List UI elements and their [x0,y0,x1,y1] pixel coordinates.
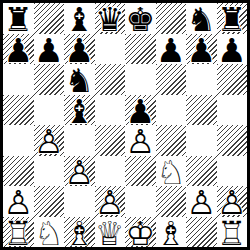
square-g2[interactable]: ♟♙ [186,186,217,217]
square-h1[interactable]: ♜♖ [217,217,248,248]
piece-white-rook: ♜♖ [217,217,248,248]
square-b7[interactable]: ♟ [34,34,65,65]
square-d3[interactable] [95,156,126,187]
square-f4[interactable] [156,125,187,156]
square-b1[interactable]: ♞♘ [34,217,65,248]
piece-black-pawn: ♟ [125,95,156,126]
square-c4[interactable] [64,125,95,156]
square-c2[interactable] [64,186,95,217]
square-d4[interactable] [95,125,126,156]
square-b3[interactable] [34,156,65,187]
square-d2[interactable]: ♟♙ [95,186,126,217]
square-h7[interactable]: ♟ [217,34,248,65]
square-f5[interactable] [156,95,187,126]
piece-white-pawn: ♟♙ [125,125,156,156]
square-g3[interactable] [186,156,217,187]
square-f2[interactable] [156,186,187,217]
piece-black-queen: ♛ [95,3,126,34]
square-a3[interactable] [3,156,34,187]
square-h3[interactable] [217,156,248,187]
piece-white-knight: ♞♘ [34,217,65,248]
chess-board: ♜♝♛♚♞♜♟♟♟♟♟♟♞♝♟♟♙♟♙♟♙♞♘♟♙♟♙♟♙♟♙♜♖♞♘♝♗♛♕♚… [0,0,250,250]
square-c7[interactable]: ♟ [64,34,95,65]
piece-black-pawn: ♟ [64,34,95,65]
square-b8[interactable] [34,3,65,34]
square-a5[interactable] [3,95,34,126]
piece-black-pawn: ♟ [186,34,217,65]
square-g4[interactable] [186,125,217,156]
square-g8[interactable]: ♞ [186,3,217,34]
square-a7[interactable]: ♟ [3,34,34,65]
square-h4[interactable] [217,125,248,156]
piece-black-pawn: ♟ [3,34,34,65]
piece-white-bishop: ♝♗ [156,217,187,248]
square-d5[interactable] [95,95,126,126]
piece-white-king: ♚♔ [125,217,156,248]
square-a2[interactable]: ♟♙ [3,186,34,217]
square-c6[interactable]: ♞ [64,64,95,95]
square-h6[interactable] [217,64,248,95]
square-e7[interactable] [125,34,156,65]
square-e1[interactable]: ♚♔ [125,217,156,248]
square-f3[interactable]: ♞♘ [156,156,187,187]
square-h2[interactable]: ♟♙ [217,186,248,217]
piece-white-pawn: ♟♙ [64,156,95,187]
square-e3[interactable] [125,156,156,187]
square-e4[interactable]: ♟♙ [125,125,156,156]
square-f7[interactable]: ♟ [156,34,187,65]
square-g6[interactable] [186,64,217,95]
square-g1[interactable] [186,217,217,248]
piece-white-pawn: ♟♙ [186,186,217,217]
square-a6[interactable] [3,64,34,95]
square-b6[interactable] [34,64,65,95]
piece-black-knight: ♞ [64,64,95,95]
piece-white-pawn: ♟♙ [3,186,34,217]
square-h5[interactable] [217,95,248,126]
square-e8[interactable]: ♚ [125,3,156,34]
square-c5[interactable]: ♝ [64,95,95,126]
square-c3[interactable]: ♟♙ [64,156,95,187]
square-a4[interactable] [3,125,34,156]
piece-black-king: ♚ [125,3,156,34]
piece-white-bishop: ♝♗ [64,217,95,248]
square-g5[interactable] [186,95,217,126]
square-d7[interactable] [95,34,126,65]
square-g7[interactable]: ♟ [186,34,217,65]
square-f8[interactable] [156,3,187,34]
square-f6[interactable] [156,64,187,95]
square-d8[interactable]: ♛ [95,3,126,34]
square-d6[interactable] [95,64,126,95]
piece-black-bishop: ♝ [64,95,95,126]
piece-white-pawn: ♟♙ [34,125,65,156]
piece-black-rook: ♜ [3,3,34,34]
piece-white-rook: ♜♖ [3,217,34,248]
piece-black-knight: ♞ [186,3,217,34]
square-f1[interactable]: ♝♗ [156,217,187,248]
square-e2[interactable] [125,186,156,217]
piece-white-pawn: ♟♙ [95,186,126,217]
piece-white-knight: ♞♘ [156,156,187,187]
piece-black-pawn: ♟ [217,34,248,65]
piece-white-queen: ♛♕ [95,217,126,248]
square-b4[interactable]: ♟♙ [34,125,65,156]
square-b5[interactable] [34,95,65,126]
square-c8[interactable]: ♝ [64,3,95,34]
chess-diagram: ♜♝♛♚♞♜♟♟♟♟♟♟♞♝♟♟♙♟♙♟♙♞♘♟♙♟♙♟♙♟♙♜♖♞♘♝♗♛♕♚… [0,0,250,250]
square-h8[interactable]: ♜ [217,3,248,34]
piece-white-pawn: ♟♙ [217,186,248,217]
square-e6[interactable] [125,64,156,95]
piece-black-pawn: ♟ [34,34,65,65]
piece-black-rook: ♜ [217,3,248,34]
piece-black-bishop: ♝ [64,3,95,34]
square-b2[interactable] [34,186,65,217]
square-a8[interactable]: ♜ [3,3,34,34]
square-e5[interactable]: ♟ [125,95,156,126]
square-d1[interactable]: ♛♕ [95,217,126,248]
square-c1[interactable]: ♝♗ [64,217,95,248]
square-a1[interactable]: ♜♖ [3,217,34,248]
piece-black-pawn: ♟ [156,34,187,65]
